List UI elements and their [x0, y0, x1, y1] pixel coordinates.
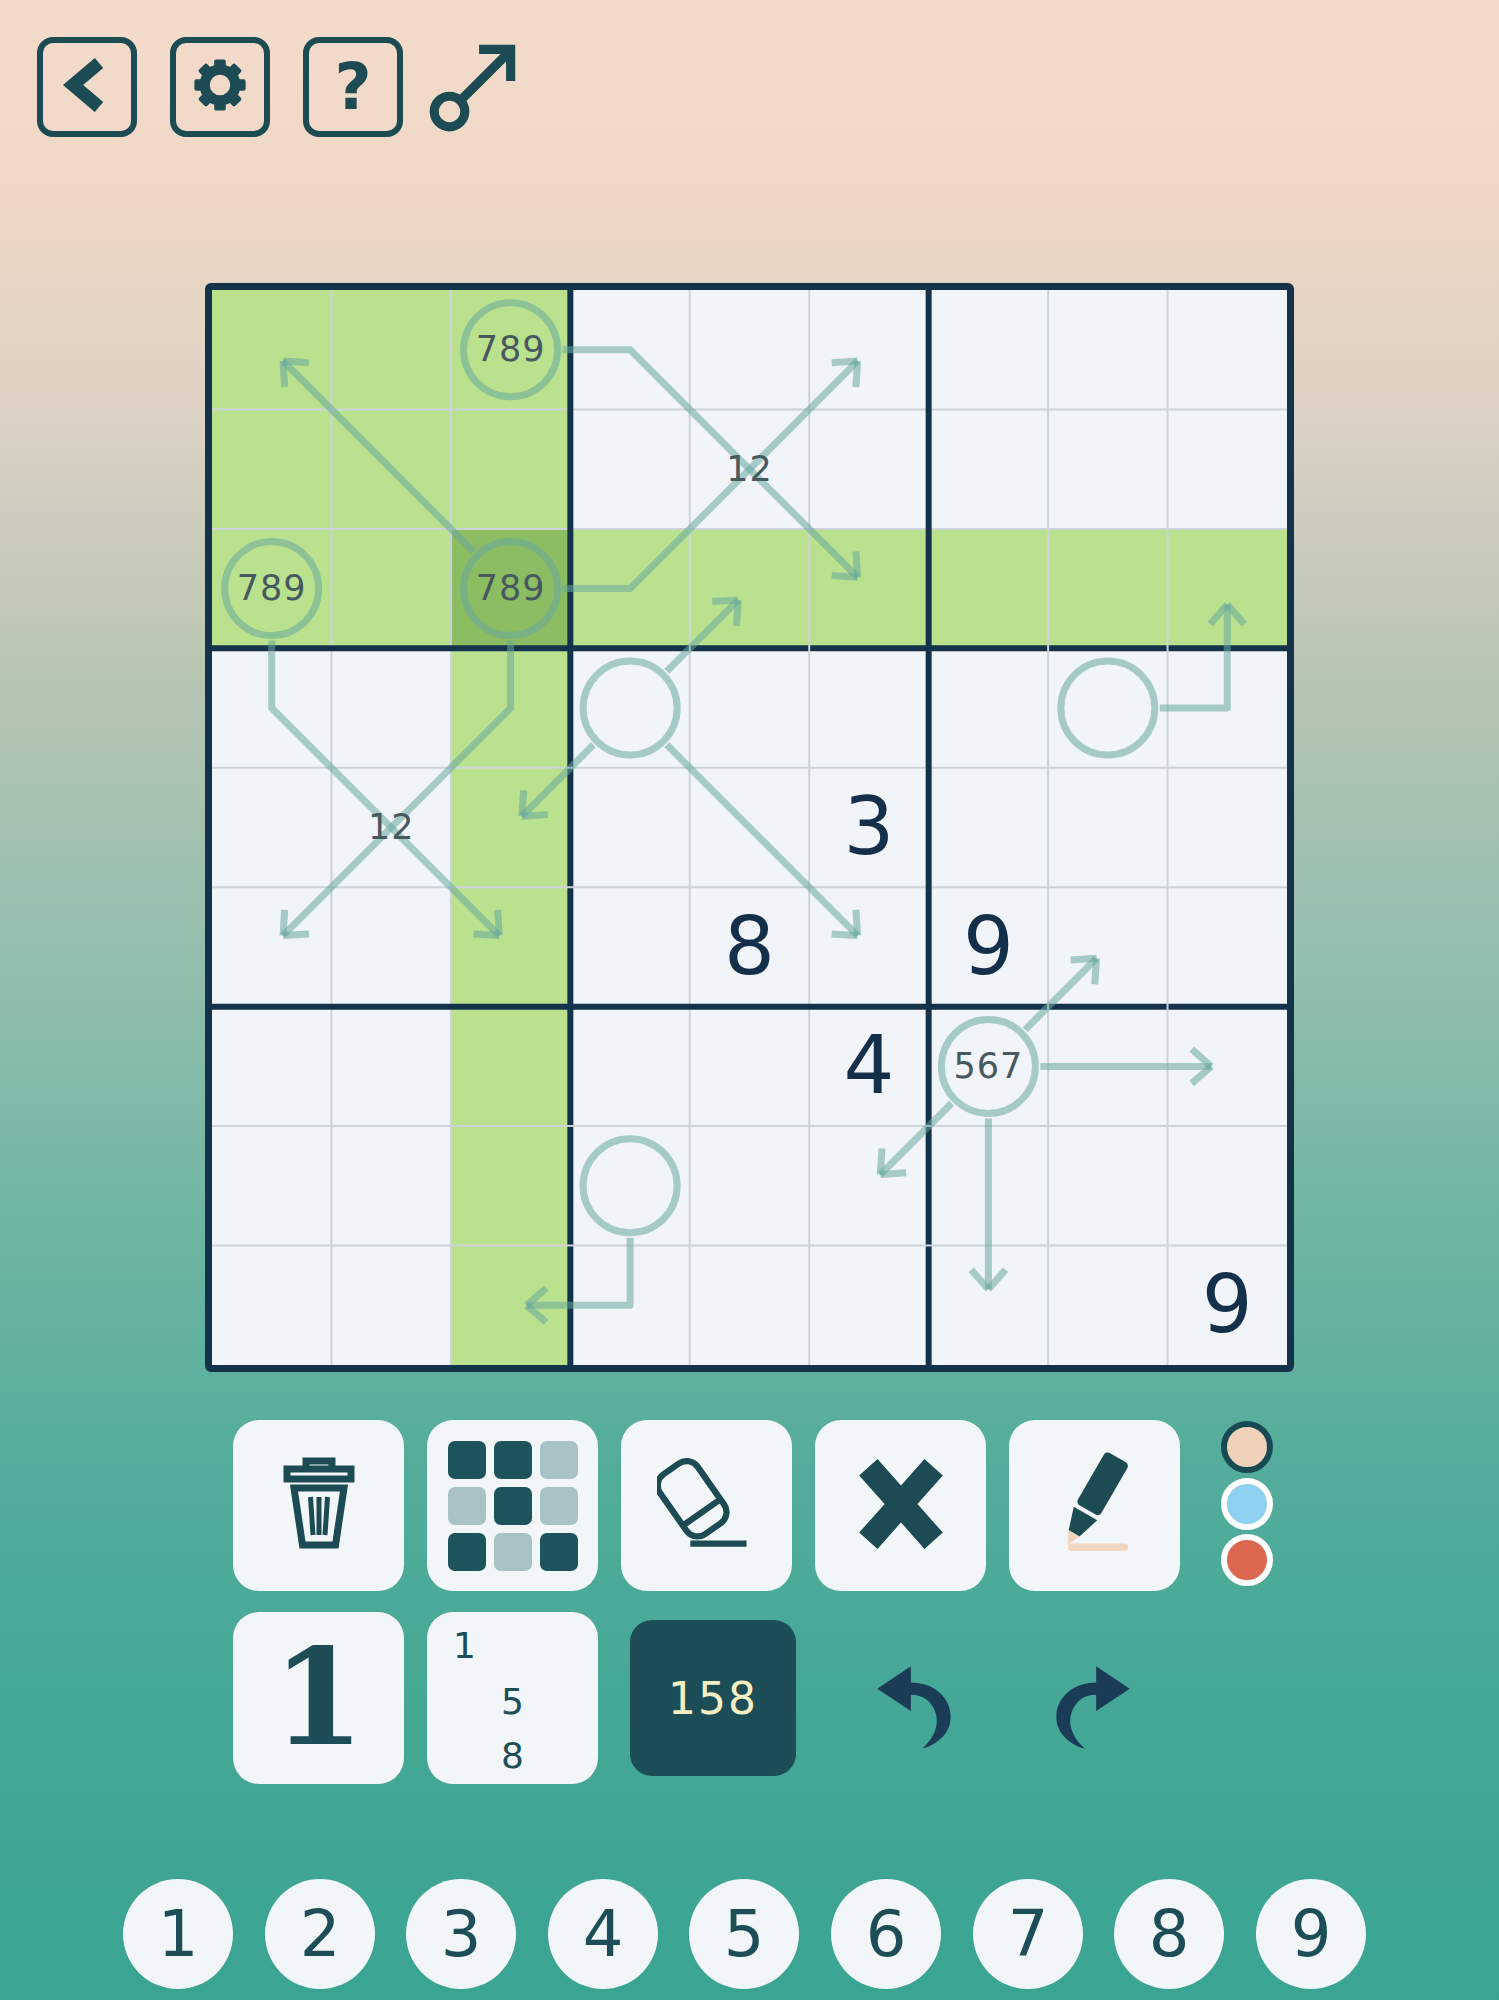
- given-digit: 9: [1202, 1265, 1253, 1345]
- keypad-2[interactable]: 2: [265, 1879, 375, 1989]
- bulb-pencil-mark: 789: [237, 571, 307, 606]
- cell-r1c4[interactable]: [570, 290, 689, 409]
- cell-r5c5[interactable]: [690, 768, 809, 887]
- cell-r1c8[interactable]: [1048, 290, 1167, 409]
- cell-r4c4[interactable]: [570, 648, 689, 767]
- given-digit: 3: [843, 787, 894, 867]
- cell-r5c4[interactable]: [570, 768, 689, 887]
- pen-button[interactable]: [1009, 1420, 1180, 1591]
- keypad-6-label: 6: [866, 1897, 907, 1971]
- cell-r6c3[interactable]: [451, 887, 570, 1006]
- help-button[interactable]: ?: [303, 37, 403, 137]
- eraser-button[interactable]: [621, 1420, 792, 1591]
- cell-r9c1[interactable]: [212, 1246, 331, 1365]
- cell-r4c1[interactable]: [212, 648, 331, 767]
- keypad-1[interactable]: 1: [123, 1879, 233, 1989]
- cell-r1c5[interactable]: [690, 290, 809, 409]
- gear-icon: [188, 53, 252, 121]
- cell-r1c9[interactable]: [1168, 290, 1287, 409]
- cell-r6c2[interactable]: [331, 887, 450, 1006]
- cell-r5c1[interactable]: [212, 768, 331, 887]
- board-cells: 789127897891238945679: [212, 290, 1287, 1365]
- share-link-button[interactable]: [425, 28, 527, 140]
- keypad-8[interactable]: 8: [1114, 1879, 1224, 1989]
- cell-r8c5[interactable]: [690, 1126, 809, 1245]
- cell-r4c7[interactable]: [929, 648, 1048, 767]
- cell-r7c8[interactable]: [1048, 1007, 1167, 1126]
- cell-r9c2[interactable]: [331, 1246, 450, 1365]
- cell-r9c3[interactable]: [451, 1246, 570, 1365]
- color-dot-2[interactable]: [1221, 1478, 1273, 1530]
- cell-r7c9[interactable]: [1168, 1007, 1287, 1126]
- cell-r2c6[interactable]: [809, 409, 928, 528]
- cell-r3c5[interactable]: [690, 529, 809, 648]
- digit-mode-label: 1: [273, 1632, 365, 1764]
- keypad-2-label: 2: [300, 1897, 341, 1971]
- cell-r6c7[interactable]: 9: [929, 887, 1048, 1006]
- corner-mark-8: 8: [501, 1738, 524, 1774]
- keypad-1-label: 1: [158, 1897, 199, 1971]
- keypad-6[interactable]: 6: [831, 1879, 941, 1989]
- cell-r9c7[interactable]: [929, 1246, 1048, 1365]
- colors-button[interactable]: [427, 1420, 598, 1591]
- color-dot-3[interactable]: [1221, 1534, 1273, 1586]
- cell-r7c7[interactable]: 567: [929, 1007, 1048, 1126]
- cell-r1c7[interactable]: [929, 290, 1048, 409]
- cell-r4c9[interactable]: [1168, 648, 1287, 767]
- cell-r3c6[interactable]: [809, 529, 928, 648]
- link-arrow-icon: [425, 121, 527, 140]
- cell-r6c9[interactable]: [1168, 887, 1287, 1006]
- undo-icon: [866, 1743, 972, 1762]
- cell-r4c3[interactable]: [451, 648, 570, 767]
- cell-r7c1[interactable]: [212, 1007, 331, 1126]
- corner-mark-5: 5: [501, 1684, 524, 1720]
- center-pencil-mark: 12: [726, 452, 773, 487]
- center-mark-label: 158: [668, 1673, 758, 1724]
- cell-r5c6[interactable]: 3: [809, 768, 928, 887]
- undo-button[interactable]: [866, 1652, 972, 1762]
- clear-button[interactable]: [815, 1420, 986, 1591]
- cell-r7c2[interactable]: [331, 1007, 450, 1126]
- cell-r7c6[interactable]: 4: [809, 1007, 928, 1126]
- cell-r4c2[interactable]: [331, 648, 450, 767]
- cell-r2c5[interactable]: 12: [690, 409, 809, 528]
- color-dot-1[interactable]: [1221, 1421, 1273, 1473]
- cell-r6c1[interactable]: [212, 887, 331, 1006]
- cell-r9c8[interactable]: [1048, 1246, 1167, 1365]
- cell-r2c8[interactable]: [1048, 409, 1167, 528]
- settings-button[interactable]: [170, 37, 270, 137]
- cell-r3c9[interactable]: [1168, 529, 1287, 648]
- cell-r2c1[interactable]: [212, 409, 331, 528]
- keypad-7-label: 7: [1008, 1897, 1049, 1971]
- cell-r6c5[interactable]: 8: [690, 887, 809, 1006]
- cell-r8c8[interactable]: [1048, 1126, 1167, 1245]
- cell-r9c5[interactable]: [690, 1246, 809, 1365]
- pen-icon: [1043, 1452, 1147, 1560]
- corner-mark-1: 1: [453, 1628, 476, 1664]
- cell-r2c7[interactable]: [929, 409, 1048, 528]
- bulb-pencil-mark: 789: [476, 332, 546, 367]
- bulb-pencil-mark: 789: [476, 571, 546, 606]
- cell-r9c6[interactable]: [809, 1246, 928, 1365]
- cell-r4c5[interactable]: [690, 648, 809, 767]
- keypad-9-label: 9: [1291, 1897, 1332, 1971]
- cell-r6c4[interactable]: [570, 887, 689, 1006]
- delete-button[interactable]: [233, 1420, 404, 1591]
- cell-r7c5[interactable]: [690, 1007, 809, 1126]
- sudoku-board: 789127897891238945679: [205, 283, 1294, 1372]
- center-mark-mode-button-selected[interactable]: 158: [630, 1620, 796, 1776]
- keypad-4[interactable]: 4: [548, 1879, 658, 1989]
- cell-r9c9[interactable]: 9: [1168, 1246, 1287, 1365]
- cell-r2c4[interactable]: [570, 409, 689, 528]
- cell-r3c1[interactable]: 789: [212, 529, 331, 648]
- cell-r8c9[interactable]: [1168, 1126, 1287, 1245]
- eraser-icon: [657, 1454, 757, 1558]
- keypad-4-label: 4: [583, 1897, 624, 1971]
- cell-r5c9[interactable]: [1168, 768, 1287, 887]
- cell-r3c2[interactable]: [331, 529, 450, 648]
- cell-r8c2[interactable]: [331, 1126, 450, 1245]
- cell-r5c2[interactable]: 12: [331, 768, 450, 887]
- cell-r4c6[interactable]: [809, 648, 928, 767]
- center-pencil-mark: 12: [368, 810, 415, 845]
- x-icon: [854, 1455, 948, 1557]
- cell-r9c4[interactable]: [570, 1246, 689, 1365]
- cell-r7c4[interactable]: [570, 1007, 689, 1126]
- given-digit: 4: [843, 1026, 894, 1106]
- cell-r6c8[interactable]: [1048, 887, 1167, 1006]
- cell-r5c8[interactable]: [1048, 768, 1167, 887]
- cell-r1c6[interactable]: [809, 290, 928, 409]
- corner-mark-mode-button[interactable]: 1 5 8: [427, 1612, 598, 1784]
- cell-r1c1[interactable]: [212, 290, 331, 409]
- cell-r8c7[interactable]: [929, 1126, 1048, 1245]
- cell-r3c4[interactable]: [570, 529, 689, 648]
- cell-r8c4[interactable]: [570, 1126, 689, 1245]
- color-grid-icon: [448, 1441, 578, 1571]
- trash-icon: [273, 1454, 365, 1558]
- redo-button[interactable]: [1035, 1652, 1141, 1762]
- digit-mode-button[interactable]: 1: [233, 1612, 404, 1784]
- keypad-3-label: 3: [441, 1897, 482, 1971]
- keypad-7[interactable]: 7: [973, 1879, 1083, 1989]
- cell-r8c3[interactable]: [451, 1126, 570, 1245]
- given-digit: 8: [724, 907, 775, 987]
- redo-icon: [1035, 1743, 1141, 1762]
- cell-r1c2[interactable]: [331, 290, 450, 409]
- keypad-5[interactable]: 5: [689, 1879, 799, 1989]
- keypad-8-label: 8: [1149, 1897, 1190, 1971]
- cell-r2c9[interactable]: [1168, 409, 1287, 528]
- cell-r3c3[interactable]: 789: [451, 529, 570, 648]
- cell-r7c3[interactable]: [451, 1007, 570, 1126]
- cell-r2c2[interactable]: [331, 409, 450, 528]
- cell-r6c6[interactable]: [809, 887, 928, 1006]
- keypad-5-label: 5: [724, 1897, 765, 1971]
- given-digit: 9: [963, 907, 1014, 987]
- bulb-pencil-mark: 567: [953, 1049, 1023, 1084]
- keypad-3[interactable]: 3: [406, 1879, 516, 1989]
- cell-r2c3[interactable]: [451, 409, 570, 528]
- keypad-9[interactable]: 9: [1256, 1879, 1366, 1989]
- cell-r8c6[interactable]: [809, 1126, 928, 1245]
- cell-r8c1[interactable]: [212, 1126, 331, 1245]
- question-mark-icon: ?: [334, 55, 371, 119]
- cell-r3c8[interactable]: [1048, 529, 1167, 648]
- cell-r3c7[interactable]: [929, 529, 1048, 648]
- back-chevron-icon: [59, 55, 115, 119]
- cell-r5c7[interactable]: [929, 768, 1048, 887]
- cell-r1c3[interactable]: 789: [451, 290, 570, 409]
- cell-r4c8[interactable]: [1048, 648, 1167, 767]
- back-button[interactable]: [37, 37, 137, 137]
- cell-r5c3[interactable]: [451, 768, 570, 887]
